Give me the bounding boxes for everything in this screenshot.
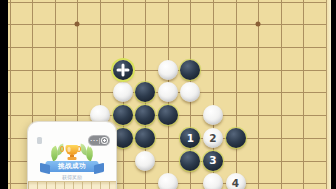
stone-black <box>135 105 155 125</box>
star-point <box>256 22 261 27</box>
stone-black <box>135 82 155 102</box>
move-number-label: 3 <box>209 155 216 166</box>
result-card: ⋯ 挑战成功 获得奖励 <box>28 122 116 189</box>
trophy-icon <box>49 144 95 162</box>
letterbox-right <box>331 0 336 189</box>
trophy-handle-left <box>60 146 64 152</box>
grid-line-horizontal <box>8 47 327 48</box>
stone-white <box>135 151 155 171</box>
stone-white <box>203 173 223 189</box>
letterbox-left <box>0 0 8 189</box>
stone-white <box>158 173 178 189</box>
grid-line-horizontal <box>8 2 327 3</box>
sparkle-icon <box>52 142 55 145</box>
stone-black <box>226 128 246 148</box>
trophy-cup <box>66 145 79 155</box>
close-icon[interactable] <box>100 137 110 144</box>
stone-black <box>180 151 200 171</box>
grid-line-horizontal <box>8 24 327 25</box>
stone-black-move-3: 3 <box>203 151 223 171</box>
stone-white <box>113 82 133 102</box>
stone-white <box>203 105 223 125</box>
crosshair-icon <box>113 60 133 80</box>
success-ribbon: 挑战成功 <box>45 161 99 172</box>
move-number-label: 4 <box>232 178 239 189</box>
stone-black <box>135 128 155 148</box>
stone-white-move-4: 4 <box>226 173 246 189</box>
mini-board-strip <box>28 181 116 189</box>
stone-white <box>158 60 178 80</box>
star-point <box>75 22 80 27</box>
card-corner-icon <box>37 137 42 144</box>
ribbon-text: 挑战成功 <box>45 161 99 172</box>
stone-black-move-1: 1 <box>180 128 200 148</box>
gomoku-app-screen: 1234 ⋯ 挑战成功 获得奖励 <box>0 0 336 189</box>
reward-subtext: 获得奖励 <box>28 174 116 180</box>
stone-black <box>113 105 133 125</box>
stone-white <box>180 82 200 102</box>
move-number-label: 2 <box>209 133 216 144</box>
move-number-label: 1 <box>187 133 194 144</box>
cursor-stone[interactable] <box>113 60 133 80</box>
stone-white <box>158 82 178 102</box>
stone-black <box>180 60 200 80</box>
stone-white-move-2: 2 <box>203 128 223 148</box>
trophy-base <box>68 157 77 160</box>
stone-black <box>158 105 178 125</box>
